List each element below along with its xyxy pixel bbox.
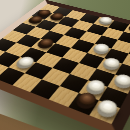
checkers-scene: ⛀⛂⛂⛂⛂⛀⛂⛀⛀⛀⛀⛂⛀ bbox=[0, 0, 130, 130]
checkers-board: ⛀⛂⛂⛂⛂⛀⛂⛀⛀⛀⛀⛂⛀ bbox=[0, 0, 130, 130]
